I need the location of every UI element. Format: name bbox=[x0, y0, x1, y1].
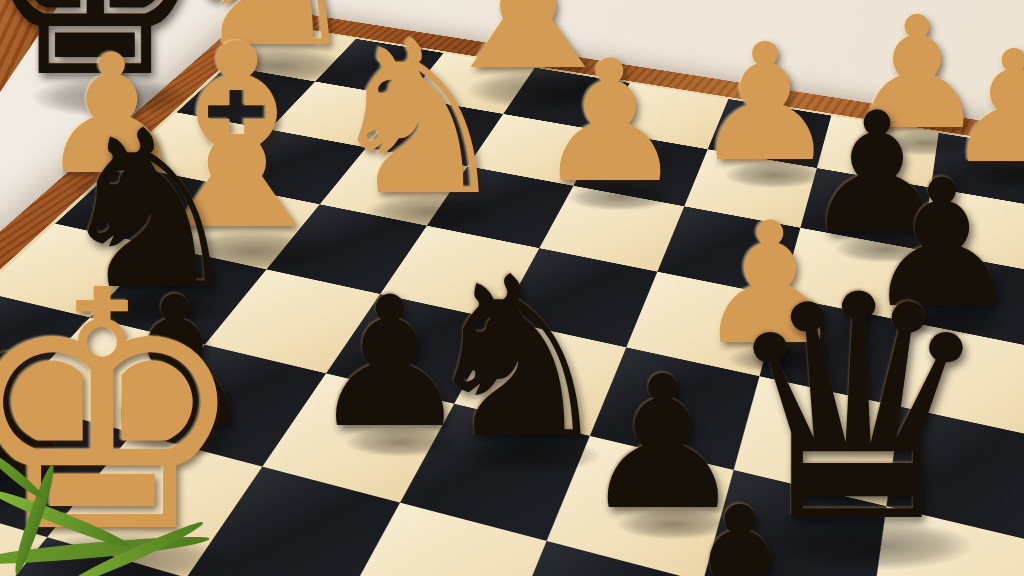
black-pawn-h2[interactable]: ♟ bbox=[653, 489, 828, 576]
white-pawn-e6[interactable]: ♟ bbox=[535, 45, 686, 200]
white-knight-d6[interactable]: ♞ bbox=[323, 21, 513, 216]
white-king-c2[interactable]: ♚ bbox=[0, 262, 250, 566]
pieces-layer: ♚♟♝♞♞♝♟♟♟♟♟♟♞♟♚♟♟♞♟♛♟♟ bbox=[0, 0, 1024, 576]
chess-photo-scene: ♚♟♝♞♞♝♟♟♟♟♟♟♞♟♚♟♟♞♟♛♟♟ bbox=[0, 0, 1024, 576]
